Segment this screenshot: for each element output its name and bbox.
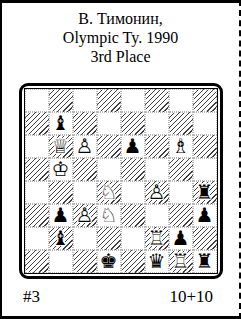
square-f7 (145, 112, 169, 135)
square-c8 (73, 89, 97, 112)
square-b2: ♝♝ (49, 227, 73, 250)
square-a4 (25, 181, 49, 204)
square-a1 (25, 250, 49, 273)
square-b4 (49, 181, 73, 204)
square-h4: ♜♜ (193, 181, 217, 204)
black-pawn-h3: ♟♟ (193, 204, 217, 227)
square-h8 (193, 89, 217, 112)
square-d2 (97, 227, 121, 250)
square-f8 (145, 89, 169, 112)
square-c4 (73, 181, 97, 204)
square-a8 (25, 89, 49, 112)
square-h7 (193, 112, 217, 135)
square-f6 (145, 135, 169, 158)
square-c7 (73, 112, 97, 135)
square-f4: ♟♙ (145, 181, 169, 204)
square-d6 (97, 135, 121, 158)
square-a7 (25, 112, 49, 135)
square-c6: ♟♙ (73, 135, 97, 158)
square-d8 (97, 89, 121, 112)
square-e3 (121, 204, 145, 227)
chess-board: ♝♝♛♕♟♙♟♟♝♗♚♔♞♘♟♙♜♜♟♟♟♙♞♘♟♟♝♝♜♖♟♟♚♚♛♛♜♖♜♜ (19, 83, 223, 279)
problem-header: В. Тимонин, Olympic Ty. 1990 3rd Place (2, 3, 239, 66)
square-b5: ♚♔ (49, 158, 73, 181)
caption: #3 10+10 (2, 287, 239, 316)
white-rook-g1: ♜♖ (169, 250, 193, 273)
square-g4 (169, 181, 193, 204)
black-rook-h1: ♜♜ (193, 250, 217, 273)
square-h2 (193, 227, 217, 250)
square-g5 (169, 158, 193, 181)
black-pawn-b3: ♟♟ (49, 204, 73, 227)
square-h1: ♜♜ (193, 250, 217, 273)
square-g7 (169, 112, 193, 135)
square-d5 (97, 158, 121, 181)
square-b1 (49, 250, 73, 273)
square-h3: ♟♟ (193, 204, 217, 227)
square-a2 (25, 227, 49, 250)
square-e4 (121, 181, 145, 204)
white-pawn-f4: ♟♙ (145, 181, 169, 204)
board-grid: ♝♝♛♕♟♙♟♟♝♗♚♔♞♘♟♙♜♜♟♟♟♙♞♘♟♟♝♝♜♖♟♟♚♚♛♛♜♖♜♜ (25, 89, 217, 273)
square-d3: ♞♘ (97, 204, 121, 227)
black-king-d1: ♚♚ (97, 250, 121, 273)
white-pawn-c3: ♟♙ (73, 204, 97, 227)
header-event-line: Olympic Ty. 1990 (2, 28, 239, 47)
stipulation-text: #3 (23, 287, 40, 307)
square-f3 (145, 204, 169, 227)
square-c3: ♟♙ (73, 204, 97, 227)
square-h5 (193, 158, 217, 181)
black-pawn-e6: ♟♟ (121, 135, 145, 158)
square-b3: ♟♟ (49, 204, 73, 227)
black-bishop-b2: ♝♝ (49, 227, 73, 250)
square-e5 (121, 158, 145, 181)
square-b8 (49, 89, 73, 112)
square-a5 (25, 158, 49, 181)
square-c2 (73, 227, 97, 250)
black-bishop-b7: ♝♝ (49, 112, 73, 135)
square-a6 (25, 135, 49, 158)
square-g1: ♜♖ (169, 250, 193, 273)
square-d4: ♞♘ (97, 181, 121, 204)
square-d1: ♚♚ (97, 250, 121, 273)
square-f1: ♛♛ (145, 250, 169, 273)
header-award-line: 3rd Place (2, 47, 239, 66)
square-e8 (121, 89, 145, 112)
page-frame: В. Тимонин, Olympic Ty. 1990 3rd Place ♝… (0, 0, 241, 319)
square-e1 (121, 250, 145, 273)
square-g6: ♝♗ (169, 135, 193, 158)
header-author-line: В. Тимонин, (2, 9, 239, 28)
square-e7 (121, 112, 145, 135)
square-a3 (25, 204, 49, 227)
square-c1 (73, 250, 97, 273)
black-pawn-g2: ♟♟ (169, 227, 193, 250)
square-c5 (73, 158, 97, 181)
square-g3 (169, 204, 193, 227)
square-e2 (121, 227, 145, 250)
square-b6: ♛♕ (49, 135, 73, 158)
piece-count-text: 10+10 (169, 287, 213, 307)
white-queen-b6: ♛♕ (49, 135, 73, 158)
white-rook-f2: ♜♖ (145, 227, 169, 250)
square-f2: ♜♖ (145, 227, 169, 250)
white-pawn-c6: ♟♙ (73, 135, 97, 158)
square-d7 (97, 112, 121, 135)
white-knight-d3: ♞♘ (97, 204, 121, 227)
square-h6 (193, 135, 217, 158)
black-queen-f1: ♛♛ (145, 250, 169, 273)
white-knight-d4: ♞♘ (97, 181, 121, 204)
black-rook-h4: ♜♜ (193, 181, 217, 204)
white-bishop-g6: ♝♗ (169, 135, 193, 158)
white-king-b5: ♚♔ (49, 158, 73, 181)
square-b7: ♝♝ (49, 112, 73, 135)
square-g2: ♟♟ (169, 227, 193, 250)
square-f5 (145, 158, 169, 181)
square-g8 (169, 89, 193, 112)
square-e6: ♟♟ (121, 135, 145, 158)
chess-board-inner: ♝♝♛♕♟♙♟♟♝♗♚♔♞♘♟♙♜♜♟♟♟♙♞♘♟♟♝♝♜♖♟♟♚♚♛♛♜♖♜♜ (24, 88, 218, 274)
